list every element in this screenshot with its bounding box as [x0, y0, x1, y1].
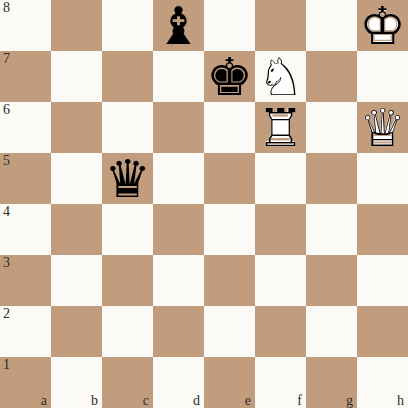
square-d7[interactable] — [153, 51, 204, 102]
square-e5[interactable] — [204, 153, 255, 204]
rank-label-5: 5 — [3, 153, 10, 169]
file-label-a: a — [41, 393, 47, 408]
piece-white-knight[interactable]: ♞♘ — [255, 51, 306, 102]
square-g1[interactable]: g — [306, 357, 357, 408]
square-e8[interactable] — [204, 0, 255, 51]
square-c2[interactable] — [102, 306, 153, 357]
square-e7[interactable]: ♚ — [204, 51, 255, 102]
square-b7[interactable] — [51, 51, 102, 102]
square-b4[interactable] — [51, 204, 102, 255]
square-h6[interactable]: ♛♕ — [357, 102, 408, 153]
square-h8[interactable]: ♚♔ — [357, 0, 408, 51]
square-h3[interactable] — [357, 255, 408, 306]
black-bishop-icon: ♝ — [153, 0, 204, 51]
file-label-g: g — [346, 393, 353, 408]
square-h5[interactable] — [357, 153, 408, 204]
square-c6[interactable] — [102, 102, 153, 153]
square-c7[interactable] — [102, 51, 153, 102]
square-f5[interactable] — [255, 153, 306, 204]
rank-label-7: 7 — [3, 51, 10, 67]
file-label-e: e — [245, 393, 251, 408]
square-b3[interactable] — [51, 255, 102, 306]
square-g7[interactable] — [306, 51, 357, 102]
piece-black-bishop[interactable]: ♝ — [153, 0, 204, 51]
piece-black-queen[interactable]: ♛ — [102, 153, 153, 204]
square-b6[interactable] — [51, 102, 102, 153]
white-queen-icon: ♕ — [357, 102, 408, 153]
file-label-d: d — [193, 393, 200, 408]
square-g8[interactable] — [306, 0, 357, 51]
rank-label-1: 1 — [3, 357, 10, 373]
piece-white-king[interactable]: ♚♔ — [357, 0, 408, 51]
square-f3[interactable] — [255, 255, 306, 306]
square-b2[interactable] — [51, 306, 102, 357]
white-rook-icon: ♖ — [255, 102, 306, 153]
rank-label-4: 4 — [3, 204, 10, 220]
square-a8[interactable]: 8 — [0, 0, 51, 51]
square-a1[interactable]: 1a — [0, 357, 51, 408]
square-f2[interactable] — [255, 306, 306, 357]
square-h1[interactable]: h — [357, 357, 408, 408]
square-d8[interactable]: ♝ — [153, 0, 204, 51]
white-knight-icon: ♘ — [255, 51, 306, 102]
square-a6[interactable]: 6 — [0, 102, 51, 153]
rank-label-8: 8 — [3, 0, 10, 16]
white-king-icon: ♔ — [357, 0, 408, 51]
piece-white-rook[interactable]: ♜♖ — [255, 102, 306, 153]
square-f8[interactable] — [255, 0, 306, 51]
piece-black-king[interactable]: ♚ — [204, 51, 255, 102]
square-d1[interactable]: d — [153, 357, 204, 408]
square-g5[interactable] — [306, 153, 357, 204]
square-d3[interactable] — [153, 255, 204, 306]
square-a3[interactable]: 3 — [0, 255, 51, 306]
chess-board: 8♝♚♔7♚♞♘6♜♖♛♕5♛4321abcdefgh — [0, 0, 408, 408]
square-e1[interactable]: e — [204, 357, 255, 408]
square-d5[interactable] — [153, 153, 204, 204]
square-f1[interactable]: f — [255, 357, 306, 408]
square-b1[interactable]: b — [51, 357, 102, 408]
square-g2[interactable] — [306, 306, 357, 357]
square-a5[interactable]: 5 — [0, 153, 51, 204]
square-e4[interactable] — [204, 204, 255, 255]
square-c4[interactable] — [102, 204, 153, 255]
square-a4[interactable]: 4 — [0, 204, 51, 255]
rank-label-6: 6 — [3, 102, 10, 118]
square-a7[interactable]: 7 — [0, 51, 51, 102]
square-g6[interactable] — [306, 102, 357, 153]
square-e2[interactable] — [204, 306, 255, 357]
file-label-f: f — [297, 393, 302, 408]
square-g4[interactable] — [306, 204, 357, 255]
square-f6[interactable]: ♜♖ — [255, 102, 306, 153]
square-c5[interactable]: ♛ — [102, 153, 153, 204]
square-e6[interactable] — [204, 102, 255, 153]
black-queen-icon: ♛ — [102, 153, 153, 204]
square-h7[interactable] — [357, 51, 408, 102]
square-b5[interactable] — [51, 153, 102, 204]
square-h4[interactable] — [357, 204, 408, 255]
square-d6[interactable] — [153, 102, 204, 153]
file-label-h: h — [397, 393, 404, 408]
rank-label-3: 3 — [3, 255, 10, 271]
square-c3[interactable] — [102, 255, 153, 306]
square-b8[interactable] — [51, 0, 102, 51]
square-h2[interactable] — [357, 306, 408, 357]
black-king-icon: ♚ — [204, 51, 255, 102]
square-d2[interactable] — [153, 306, 204, 357]
square-e3[interactable] — [204, 255, 255, 306]
file-label-c: c — [143, 393, 149, 408]
rank-label-2: 2 — [3, 306, 10, 322]
square-g3[interactable] — [306, 255, 357, 306]
square-a2[interactable]: 2 — [0, 306, 51, 357]
file-label-b: b — [91, 393, 98, 408]
piece-white-queen[interactable]: ♛♕ — [357, 102, 408, 153]
square-d4[interactable] — [153, 204, 204, 255]
square-c1[interactable]: c — [102, 357, 153, 408]
square-c8[interactable] — [102, 0, 153, 51]
square-f7[interactable]: ♞♘ — [255, 51, 306, 102]
square-f4[interactable] — [255, 204, 306, 255]
